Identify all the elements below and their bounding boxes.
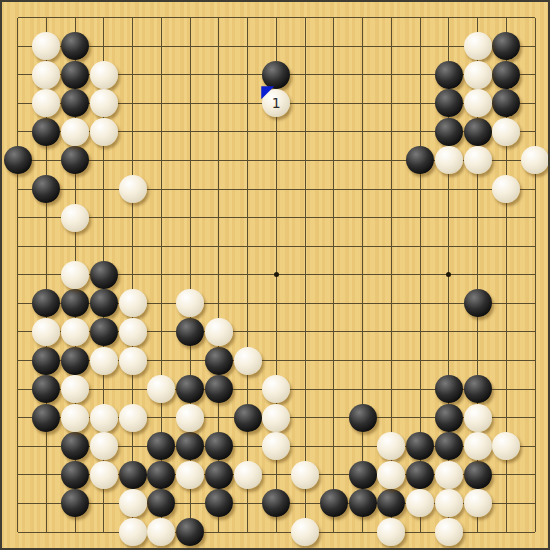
white-stone bbox=[61, 118, 89, 146]
black-stone bbox=[119, 461, 147, 489]
black-stone bbox=[176, 318, 204, 346]
black-stone bbox=[147, 489, 175, 517]
white-stone bbox=[262, 432, 290, 460]
black-stone bbox=[435, 118, 463, 146]
black-stone bbox=[90, 318, 118, 346]
black-stone bbox=[492, 32, 520, 60]
black-stone bbox=[61, 432, 89, 460]
black-stone bbox=[32, 118, 60, 146]
white-stone bbox=[90, 461, 118, 489]
white-stone bbox=[32, 32, 60, 60]
black-stone bbox=[61, 61, 89, 89]
black-stone bbox=[32, 289, 60, 317]
grid-line bbox=[362, 18, 363, 533]
move-number-label: 1 bbox=[262, 89, 290, 117]
black-stone bbox=[234, 404, 262, 432]
white-stone bbox=[435, 461, 463, 489]
white-stone bbox=[234, 461, 262, 489]
white-stone bbox=[464, 489, 492, 517]
white-stone bbox=[147, 518, 175, 546]
black-stone bbox=[262, 61, 290, 89]
star-point bbox=[446, 272, 451, 277]
black-stone bbox=[61, 32, 89, 60]
grid-line bbox=[333, 18, 334, 533]
white-stone bbox=[435, 518, 463, 546]
black-stone bbox=[61, 461, 89, 489]
black-stone bbox=[32, 404, 60, 432]
white-stone bbox=[32, 89, 60, 117]
black-stone bbox=[61, 489, 89, 517]
black-stone bbox=[205, 461, 233, 489]
black-stone bbox=[435, 61, 463, 89]
black-stone bbox=[262, 489, 290, 517]
white-stone bbox=[119, 347, 147, 375]
white-stone bbox=[464, 89, 492, 117]
black-stone bbox=[61, 89, 89, 117]
white-stone bbox=[406, 489, 434, 517]
black-stone bbox=[32, 375, 60, 403]
black-stone bbox=[205, 347, 233, 375]
white-stone bbox=[435, 489, 463, 517]
black-stone bbox=[176, 432, 204, 460]
white-stone bbox=[119, 518, 147, 546]
black-stone bbox=[435, 432, 463, 460]
black-stone bbox=[377, 489, 405, 517]
black-stone bbox=[406, 432, 434, 460]
white-stone bbox=[377, 461, 405, 489]
white-stone bbox=[464, 61, 492, 89]
white-stone bbox=[119, 289, 147, 317]
white-stone bbox=[464, 404, 492, 432]
black-stone bbox=[61, 347, 89, 375]
black-stone bbox=[492, 61, 520, 89]
white-stone bbox=[377, 432, 405, 460]
black-stone bbox=[4, 146, 32, 174]
white-stone bbox=[176, 461, 204, 489]
white-stone: 1 bbox=[262, 89, 290, 117]
black-stone bbox=[406, 461, 434, 489]
white-stone bbox=[464, 432, 492, 460]
white-stone bbox=[492, 432, 520, 460]
black-stone bbox=[61, 146, 89, 174]
black-stone bbox=[90, 261, 118, 289]
white-stone bbox=[435, 146, 463, 174]
black-stone bbox=[147, 432, 175, 460]
white-stone bbox=[119, 318, 147, 346]
white-stone bbox=[61, 375, 89, 403]
black-stone bbox=[205, 375, 233, 403]
black-stone bbox=[205, 489, 233, 517]
white-stone bbox=[119, 404, 147, 432]
black-stone bbox=[90, 289, 118, 317]
black-stone bbox=[349, 404, 377, 432]
black-stone bbox=[205, 432, 233, 460]
white-stone bbox=[90, 118, 118, 146]
white-stone bbox=[61, 318, 89, 346]
white-stone bbox=[61, 261, 89, 289]
black-stone bbox=[32, 175, 60, 203]
white-stone bbox=[291, 518, 319, 546]
black-stone bbox=[32, 347, 60, 375]
black-stone bbox=[320, 489, 348, 517]
white-stone bbox=[147, 375, 175, 403]
go-board[interactable]: 1 bbox=[0, 0, 550, 550]
white-stone bbox=[262, 375, 290, 403]
white-stone bbox=[234, 347, 262, 375]
black-stone bbox=[435, 404, 463, 432]
grid-line bbox=[305, 18, 306, 533]
white-stone bbox=[90, 347, 118, 375]
black-stone bbox=[435, 375, 463, 403]
white-stone bbox=[492, 175, 520, 203]
white-stone bbox=[90, 61, 118, 89]
white-stone bbox=[119, 175, 147, 203]
black-stone bbox=[464, 375, 492, 403]
white-stone bbox=[521, 146, 549, 174]
white-stone bbox=[176, 404, 204, 432]
white-stone bbox=[90, 404, 118, 432]
white-stone bbox=[291, 461, 319, 489]
white-stone bbox=[119, 489, 147, 517]
black-stone bbox=[176, 375, 204, 403]
black-stone bbox=[176, 518, 204, 546]
black-stone bbox=[492, 89, 520, 117]
black-stone bbox=[464, 118, 492, 146]
white-stone bbox=[492, 118, 520, 146]
white-stone bbox=[90, 432, 118, 460]
black-stone bbox=[349, 489, 377, 517]
white-stone bbox=[61, 404, 89, 432]
white-stone bbox=[464, 146, 492, 174]
star-point bbox=[274, 272, 279, 277]
white-stone bbox=[32, 61, 60, 89]
black-stone bbox=[61, 289, 89, 317]
black-stone bbox=[406, 146, 434, 174]
white-stone bbox=[176, 289, 204, 317]
grid-line bbox=[535, 18, 536, 533]
white-stone bbox=[205, 318, 233, 346]
black-stone bbox=[464, 289, 492, 317]
white-stone bbox=[464, 32, 492, 60]
white-stone bbox=[90, 89, 118, 117]
black-stone bbox=[464, 461, 492, 489]
black-stone bbox=[349, 461, 377, 489]
white-stone bbox=[377, 518, 405, 546]
white-stone bbox=[61, 204, 89, 232]
white-stone bbox=[32, 318, 60, 346]
black-stone bbox=[147, 461, 175, 489]
black-stone bbox=[435, 89, 463, 117]
white-stone bbox=[262, 404, 290, 432]
